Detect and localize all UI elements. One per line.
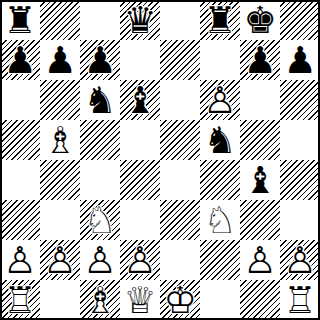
square-a2[interactable]: ♟♙ [0, 240, 40, 280]
square-a5[interactable] [0, 120, 40, 160]
square-e3[interactable] [160, 200, 200, 240]
black-pawn-glyph: ♟ [0, 40, 40, 80]
square-b6[interactable] [40, 80, 80, 120]
piece-white-queen[interactable]: ♛♕ [120, 280, 160, 320]
black-rook-glyph: ♜ [200, 0, 240, 40]
white-bishop-glyph: ♗ [80, 280, 120, 320]
square-h1[interactable]: ♜♖ [280, 280, 320, 320]
square-b3[interactable] [40, 200, 80, 240]
square-h2[interactable]: ♟♙ [280, 240, 320, 280]
square-e1[interactable]: ♚♔ [160, 280, 200, 320]
black-pawn-glyph: ♟ [40, 40, 80, 80]
white-bishop-glyph: ♗ [40, 120, 80, 160]
white-rook-glyph: ♖ [0, 280, 40, 320]
square-a8[interactable]: ♜ [0, 0, 40, 40]
square-a4[interactable] [0, 160, 40, 200]
square-a7[interactable]: ♟ [0, 40, 40, 80]
square-e6[interactable] [160, 80, 200, 120]
piece-black-king[interactable]: ♚ [240, 0, 280, 40]
black-knight-glyph: ♞ [200, 120, 240, 160]
square-c1[interactable]: ♝♗ [80, 280, 120, 320]
black-rook-glyph: ♜ [0, 0, 40, 40]
white-pawn-glyph: ♙ [280, 240, 320, 280]
square-b5[interactable]: ♝♗ [40, 120, 80, 160]
piece-white-rook[interactable]: ♜♖ [280, 280, 320, 320]
white-pawn-glyph: ♙ [0, 240, 40, 280]
square-d8[interactable]: ♛ [120, 0, 160, 40]
white-pawn-glyph: ♙ [80, 240, 120, 280]
square-e8[interactable] [160, 0, 200, 40]
piece-black-pawn[interactable]: ♟ [280, 40, 320, 80]
square-b8[interactable] [40, 0, 80, 40]
square-e2[interactable] [160, 240, 200, 280]
white-king-glyph: ♔ [160, 280, 200, 320]
white-pawn-glyph: ♙ [120, 240, 160, 280]
white-queen-glyph: ♕ [120, 280, 160, 320]
square-g4[interactable]: ♝ [240, 160, 280, 200]
square-f8[interactable]: ♜ [200, 0, 240, 40]
black-king-glyph: ♚ [240, 0, 280, 40]
piece-white-pawn[interactable]: ♟♙ [200, 80, 240, 120]
piece-white-pawn[interactable]: ♟♙ [240, 240, 280, 280]
black-queen-glyph: ♛ [120, 0, 160, 40]
square-b7[interactable]: ♟ [40, 40, 80, 80]
piece-black-knight[interactable]: ♞ [80, 80, 120, 120]
square-d5[interactable] [120, 120, 160, 160]
square-f6[interactable]: ♟♙ [200, 80, 240, 120]
piece-white-knight[interactable]: ♞♘ [80, 200, 120, 240]
square-g7[interactable]: ♟ [240, 40, 280, 80]
piece-black-bishop[interactable]: ♝ [240, 160, 280, 200]
piece-white-pawn[interactable]: ♟♙ [0, 240, 40, 280]
square-c7[interactable]: ♟ [80, 40, 120, 80]
square-g2[interactable]: ♟♙ [240, 240, 280, 280]
piece-white-rook[interactable]: ♜♖ [0, 280, 40, 320]
square-g1[interactable] [240, 280, 280, 320]
square-d1[interactable]: ♛♕ [120, 280, 160, 320]
square-g8[interactable]: ♚ [240, 0, 280, 40]
square-g6[interactable] [240, 80, 280, 120]
white-pawn-glyph: ♙ [200, 80, 240, 120]
square-e7[interactable] [160, 40, 200, 80]
piece-black-pawn[interactable]: ♟ [40, 40, 80, 80]
chess-board: ♜♛♜♚♟♟♟♟♟♞♝♟♙♝♗♞♝♞♘♞♘♟♙♟♙♟♙♟♙♟♙♟♙♜♖♝♗♛♕♚… [0, 0, 320, 320]
piece-black-pawn[interactable]: ♟ [80, 40, 120, 80]
chess-board-grid: ♜♛♜♚♟♟♟♟♟♞♝♟♙♝♗♞♝♞♘♞♘♟♙♟♙♟♙♟♙♟♙♟♙♜♖♝♗♛♕♚… [0, 0, 320, 320]
square-f1[interactable] [200, 280, 240, 320]
square-e5[interactable] [160, 120, 200, 160]
piece-white-pawn[interactable]: ♟♙ [80, 240, 120, 280]
piece-white-pawn[interactable]: ♟♙ [40, 240, 80, 280]
square-h8[interactable] [280, 0, 320, 40]
square-g3[interactable] [240, 200, 280, 240]
piece-black-queen[interactable]: ♛ [120, 0, 160, 40]
piece-white-king[interactable]: ♚♔ [160, 280, 200, 320]
black-knight-glyph: ♞ [80, 80, 120, 120]
square-c3[interactable]: ♞♘ [80, 200, 120, 240]
black-pawn-glyph: ♟ [280, 40, 320, 80]
black-pawn-glyph: ♟ [80, 40, 120, 80]
square-f4[interactable] [200, 160, 240, 200]
piece-white-bishop[interactable]: ♝♗ [40, 120, 80, 160]
piece-black-pawn[interactable]: ♟ [0, 40, 40, 80]
piece-white-pawn[interactable]: ♟♙ [120, 240, 160, 280]
square-f7[interactable] [200, 40, 240, 80]
piece-white-knight[interactable]: ♞♘ [200, 200, 240, 240]
square-b1[interactable] [40, 280, 80, 320]
black-pawn-glyph: ♟ [240, 40, 280, 80]
square-c2[interactable]: ♟♙ [80, 240, 120, 280]
piece-black-bishop[interactable]: ♝ [120, 80, 160, 120]
square-h7[interactable]: ♟ [280, 40, 320, 80]
square-g5[interactable] [240, 120, 280, 160]
black-bishop-glyph: ♝ [120, 80, 160, 120]
square-d4[interactable] [120, 160, 160, 200]
white-knight-glyph: ♘ [80, 200, 120, 240]
square-c4[interactable] [80, 160, 120, 200]
piece-black-knight[interactable]: ♞ [200, 120, 240, 160]
white-pawn-glyph: ♙ [40, 240, 80, 280]
piece-white-bishop[interactable]: ♝♗ [80, 280, 120, 320]
piece-black-rook[interactable]: ♜ [0, 0, 40, 40]
square-b4[interactable] [40, 160, 80, 200]
square-c8[interactable] [80, 0, 120, 40]
square-d3[interactable] [120, 200, 160, 240]
square-a1[interactable]: ♜♖ [0, 280, 40, 320]
square-b2[interactable]: ♟♙ [40, 240, 80, 280]
square-h6[interactable] [280, 80, 320, 120]
white-rook-glyph: ♖ [280, 280, 320, 320]
square-a6[interactable] [0, 80, 40, 120]
square-d2[interactable]: ♟♙ [120, 240, 160, 280]
square-h4[interactable] [280, 160, 320, 200]
square-e4[interactable] [160, 160, 200, 200]
white-pawn-glyph: ♙ [240, 240, 280, 280]
square-h3[interactable] [280, 200, 320, 240]
square-h5[interactable] [280, 120, 320, 160]
square-a3[interactable] [0, 200, 40, 240]
square-d7[interactable] [120, 40, 160, 80]
piece-black-rook[interactable]: ♜ [200, 0, 240, 40]
black-bishop-glyph: ♝ [240, 160, 280, 200]
square-c5[interactable] [80, 120, 120, 160]
piece-black-pawn[interactable]: ♟ [240, 40, 280, 80]
square-d6[interactable]: ♝ [120, 80, 160, 120]
piece-white-pawn[interactable]: ♟♙ [280, 240, 320, 280]
square-f2[interactable] [200, 240, 240, 280]
square-c6[interactable]: ♞ [80, 80, 120, 120]
square-f3[interactable]: ♞♘ [200, 200, 240, 240]
white-knight-glyph: ♘ [200, 200, 240, 240]
square-f5[interactable]: ♞ [200, 120, 240, 160]
